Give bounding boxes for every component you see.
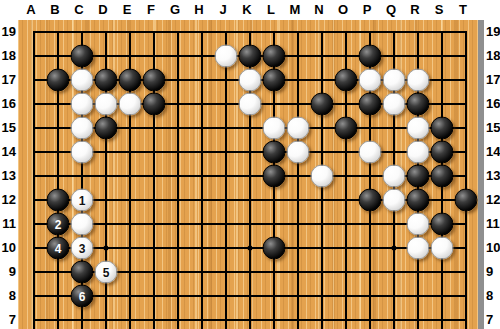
- column-label-O: O: [338, 2, 348, 18]
- intersection-J19[interactable]: [214, 20, 238, 44]
- intersection-H19[interactable]: [190, 20, 214, 44]
- intersection-J9[interactable]: [214, 260, 238, 284]
- intersection-J12[interactable]: [214, 188, 238, 212]
- intersection-L8[interactable]: [262, 284, 286, 308]
- intersection-F12[interactable]: [142, 188, 166, 212]
- intersection-A10[interactable]: [22, 236, 46, 260]
- stone-white-Q13[interactable]: [383, 165, 406, 188]
- intersection-E11[interactable]: [118, 212, 142, 236]
- intersection-N17[interactable]: [310, 68, 334, 92]
- goban[interactable]: 124356: [18, 20, 478, 329]
- stone-black-K18[interactable]: [239, 45, 262, 68]
- intersection-K7[interactable]: [238, 308, 262, 329]
- intersection-A13[interactable]: [22, 164, 46, 188]
- stone-black-P12[interactable]: [359, 189, 382, 212]
- stone-black-S15[interactable]: [431, 117, 454, 140]
- intersection-D14[interactable]: [94, 140, 118, 164]
- intersection-H16[interactable]: [190, 92, 214, 116]
- stone-black-R12[interactable]: [407, 189, 430, 212]
- intersection-G8[interactable]: [166, 284, 190, 308]
- intersection-R8[interactable]: [406, 284, 430, 308]
- stone-white-C16[interactable]: [71, 93, 94, 116]
- column-label-G: G: [170, 2, 180, 18]
- row-label-left-17: 17: [2, 73, 16, 87]
- intersection-L7[interactable]: [262, 308, 286, 329]
- intersection-G12[interactable]: [166, 188, 190, 212]
- stone-black-E17[interactable]: [119, 69, 142, 92]
- row-label-left-13: 13: [2, 169, 16, 183]
- intersection-H7[interactable]: [190, 308, 214, 329]
- column-label-T: T: [459, 2, 467, 18]
- stone-black-S14[interactable]: [431, 141, 454, 164]
- column-label-N: N: [314, 2, 323, 18]
- column-label-B: B: [50, 2, 59, 18]
- intersection-M18[interactable]: [286, 44, 310, 68]
- stone-white-K17[interactable]: [239, 69, 262, 92]
- row-label-left-14: 14: [2, 145, 16, 159]
- intersection-R9[interactable]: [406, 260, 430, 284]
- intersection-G11[interactable]: [166, 212, 190, 236]
- intersection-E9[interactable]: [118, 260, 142, 284]
- intersection-A19[interactable]: [22, 20, 46, 44]
- intersection-G16[interactable]: [166, 92, 190, 116]
- intersection-P8[interactable]: [358, 284, 382, 308]
- intersection-H12[interactable]: [190, 188, 214, 212]
- intersection-S17[interactable]: [430, 68, 454, 92]
- intersection-N7[interactable]: [310, 308, 334, 329]
- stone-white-C12[interactable]: 1: [71, 189, 94, 212]
- stone-black-R16[interactable]: [407, 93, 430, 116]
- row-label-right-16: 16: [486, 97, 500, 111]
- row-label-right-15: 15: [486, 121, 500, 135]
- row-label-left-15: 15: [2, 121, 16, 135]
- stone-black-R13[interactable]: [407, 165, 430, 188]
- intersection-M17[interactable]: [286, 68, 310, 92]
- intersection-E14[interactable]: [118, 140, 142, 164]
- column-label-E: E: [123, 2, 132, 18]
- board-edge-shadow: [478, 20, 484, 329]
- intersection-N10[interactable]: [310, 236, 334, 260]
- intersection-O9[interactable]: [334, 260, 358, 284]
- intersection-A17[interactable]: [22, 68, 46, 92]
- intersection-K15[interactable]: [238, 116, 262, 140]
- intersection-J8[interactable]: [214, 284, 238, 308]
- intersection-K11[interactable]: [238, 212, 262, 236]
- stone-white-D16[interactable]: [95, 93, 118, 116]
- intersection-A7[interactable]: [22, 308, 46, 329]
- intersection-J7[interactable]: [214, 308, 238, 329]
- stone-black-L10[interactable]: [263, 237, 286, 260]
- stone-white-R10[interactable]: [407, 237, 430, 260]
- row-label-left-12: 12: [2, 193, 16, 207]
- star-point-K10: [248, 246, 253, 251]
- intersection-K19[interactable]: [238, 20, 262, 44]
- intersection-H13[interactable]: [190, 164, 214, 188]
- intersection-G17[interactable]: [166, 68, 190, 92]
- intersection-S8[interactable]: [430, 284, 454, 308]
- stone-white-Q17[interactable]: [383, 69, 406, 92]
- column-label-D: D: [98, 2, 107, 18]
- intersection-D13[interactable]: [94, 164, 118, 188]
- intersection-J11[interactable]: [214, 212, 238, 236]
- intersection-T10[interactable]: [454, 236, 478, 260]
- intersection-S18[interactable]: [430, 44, 454, 68]
- intersection-T16[interactable]: [454, 92, 478, 116]
- intersection-H8[interactable]: [190, 284, 214, 308]
- intersection-B8[interactable]: [46, 284, 70, 308]
- intersection-S12[interactable]: [430, 188, 454, 212]
- intersection-F11[interactable]: [142, 212, 166, 236]
- row-label-left-16: 16: [2, 97, 16, 111]
- intersection-T17[interactable]: [454, 68, 478, 92]
- intersection-B19[interactable]: [46, 20, 70, 44]
- intersection-E8[interactable]: [118, 284, 142, 308]
- intersection-F8[interactable]: [142, 284, 166, 308]
- intersection-N18[interactable]: [310, 44, 334, 68]
- intersection-L9[interactable]: [262, 260, 286, 284]
- intersection-T13[interactable]: [454, 164, 478, 188]
- column-label-P: P: [363, 2, 372, 18]
- stone-white-R11[interactable]: [407, 213, 430, 236]
- intersection-P19[interactable]: [358, 20, 382, 44]
- intersection-H9[interactable]: [190, 260, 214, 284]
- column-label-Q: Q: [386, 2, 396, 18]
- intersection-F18[interactable]: [142, 44, 166, 68]
- intersection-G10[interactable]: [166, 236, 190, 260]
- row-label-left-18: 18: [2, 49, 16, 63]
- row-label-right-12: 12: [486, 193, 500, 207]
- stone-black-B12[interactable]: [47, 189, 70, 212]
- intersection-D11[interactable]: [94, 212, 118, 236]
- intersection-A9[interactable]: [22, 260, 46, 284]
- intersection-M7[interactable]: [286, 308, 310, 329]
- stone-white-C14[interactable]: [71, 141, 94, 164]
- row-label-right-8: 8: [486, 289, 493, 303]
- stone-white-D9[interactable]: 5: [95, 261, 118, 284]
- row-label-right-17: 17: [486, 73, 500, 87]
- intersection-Q18[interactable]: [382, 44, 406, 68]
- intersection-B13[interactable]: [46, 164, 70, 188]
- intersection-D8[interactable]: [94, 284, 118, 308]
- move-number-1: 1: [79, 193, 86, 207]
- row-label-right-7: 7: [486, 313, 493, 327]
- intersection-N9[interactable]: [310, 260, 334, 284]
- intersection-P13[interactable]: [358, 164, 382, 188]
- intersection-B14[interactable]: [46, 140, 70, 164]
- intersection-Q15[interactable]: [382, 116, 406, 140]
- intersection-T11[interactable]: [454, 212, 478, 236]
- stone-white-R14[interactable]: [407, 141, 430, 164]
- row-label-right-18: 18: [486, 49, 500, 63]
- stone-white-R15[interactable]: [407, 117, 430, 140]
- intersection-M11[interactable]: [286, 212, 310, 236]
- stone-white-Q16[interactable]: [383, 93, 406, 116]
- intersection-T19[interactable]: [454, 20, 478, 44]
- intersection-P9[interactable]: [358, 260, 382, 284]
- column-label-K: K: [242, 2, 251, 18]
- intersection-H15[interactable]: [190, 116, 214, 140]
- intersection-K12[interactable]: [238, 188, 262, 212]
- intersection-D18[interactable]: [94, 44, 118, 68]
- intersection-E7[interactable]: [118, 308, 142, 329]
- intersection-K8[interactable]: [238, 284, 262, 308]
- intersection-C13[interactable]: [70, 164, 94, 188]
- intersection-J16[interactable]: [214, 92, 238, 116]
- intersection-A15[interactable]: [22, 116, 46, 140]
- intersection-B7[interactable]: [46, 308, 70, 329]
- stone-white-S10[interactable]: [431, 237, 454, 260]
- intersection-A12[interactable]: [22, 188, 46, 212]
- intersection-H14[interactable]: [190, 140, 214, 164]
- stone-white-M14[interactable]: [287, 141, 310, 164]
- intersection-M16[interactable]: [286, 92, 310, 116]
- row-label-right-11: 11: [486, 217, 500, 231]
- intersection-M13[interactable]: [286, 164, 310, 188]
- move-number-5: 5: [103, 265, 110, 279]
- stone-black-L17[interactable]: [263, 69, 286, 92]
- column-label-H: H: [194, 2, 203, 18]
- intersection-N14[interactable]: [310, 140, 334, 164]
- stone-black-B11[interactable]: 2: [47, 213, 70, 236]
- stone-white-J18[interactable]: [215, 45, 238, 68]
- intersection-J14[interactable]: [214, 140, 238, 164]
- stone-black-L13[interactable]: [263, 165, 286, 188]
- column-label-A: A: [26, 2, 35, 18]
- intersection-S16[interactable]: [430, 92, 454, 116]
- move-number-4: 4: [55, 241, 62, 255]
- intersection-M9[interactable]: [286, 260, 310, 284]
- intersection-P10[interactable]: [358, 236, 382, 260]
- intersection-P15[interactable]: [358, 116, 382, 140]
- intersection-O12[interactable]: [334, 188, 358, 212]
- intersection-B9[interactable]: [46, 260, 70, 284]
- intersection-D19[interactable]: [94, 20, 118, 44]
- intersection-E13[interactable]: [118, 164, 142, 188]
- stone-black-S13[interactable]: [431, 165, 454, 188]
- intersection-E19[interactable]: [118, 20, 142, 44]
- intersection-A8[interactable]: [22, 284, 46, 308]
- intersection-G19[interactable]: [166, 20, 190, 44]
- row-label-left-9: 9: [9, 265, 16, 279]
- intersection-N12[interactable]: [310, 188, 334, 212]
- intersection-M12[interactable]: [286, 188, 310, 212]
- stone-white-P17[interactable]: [359, 69, 382, 92]
- row-label-right-10: 10: [486, 241, 500, 255]
- stone-white-M15[interactable]: [287, 117, 310, 140]
- intersection-D7[interactable]: [94, 308, 118, 329]
- column-label-R: R: [410, 2, 419, 18]
- stone-white-L15[interactable]: [263, 117, 286, 140]
- intersection-G7[interactable]: [166, 308, 190, 329]
- column-label-S: S: [435, 2, 444, 18]
- move-number-3: 3: [79, 241, 86, 255]
- stone-black-L14[interactable]: [263, 141, 286, 164]
- intersection-T14[interactable]: [454, 140, 478, 164]
- stone-black-S11[interactable]: [431, 213, 454, 236]
- intersection-A11[interactable]: [22, 212, 46, 236]
- move-number-6: 6: [79, 289, 86, 303]
- intersection-F7[interactable]: [142, 308, 166, 329]
- intersection-N8[interactable]: [310, 284, 334, 308]
- intersection-L11[interactable]: [262, 212, 286, 236]
- intersection-E10[interactable]: [118, 236, 142, 260]
- intersection-N11[interactable]: [310, 212, 334, 236]
- stone-black-B17[interactable]: [47, 69, 70, 92]
- intersection-A18[interactable]: [22, 44, 46, 68]
- stone-black-F17[interactable]: [143, 69, 166, 92]
- stone-white-C17[interactable]: [71, 69, 94, 92]
- row-label-left-8: 8: [9, 289, 16, 303]
- intersection-G14[interactable]: [166, 140, 190, 164]
- row-label-right-13: 13: [486, 169, 500, 183]
- column-labels: ABCDEFGHJKLMNOPQRST: [0, 0, 500, 20]
- intersection-M19[interactable]: [286, 20, 310, 44]
- intersection-G13[interactable]: [166, 164, 190, 188]
- intersection-P7[interactable]: [358, 308, 382, 329]
- stone-white-Q12[interactable]: [383, 189, 406, 212]
- stone-black-N16[interactable]: [311, 93, 334, 116]
- star-point-D10: [104, 246, 109, 251]
- intersection-K13[interactable]: [238, 164, 262, 188]
- column-label-L: L: [267, 2, 275, 18]
- row-label-left-7: 7: [9, 313, 16, 327]
- intersection-R7[interactable]: [406, 308, 430, 329]
- intersection-L12[interactable]: [262, 188, 286, 212]
- intersection-O16[interactable]: [334, 92, 358, 116]
- intersection-C19[interactable]: [70, 20, 94, 44]
- intersection-L19[interactable]: [262, 20, 286, 44]
- intersection-F9[interactable]: [142, 260, 166, 284]
- intersection-O14[interactable]: [334, 140, 358, 164]
- intersection-Q14[interactable]: [382, 140, 406, 164]
- stone-black-O15[interactable]: [335, 117, 358, 140]
- intersection-T15[interactable]: [454, 116, 478, 140]
- row-label-left-10: 10: [2, 241, 16, 255]
- intersection-L16[interactable]: [262, 92, 286, 116]
- stone-black-P16[interactable]: [359, 93, 382, 116]
- move-number-2: 2: [55, 217, 62, 231]
- stone-black-C9[interactable]: [71, 261, 94, 284]
- intersection-G18[interactable]: [166, 44, 190, 68]
- stone-white-C11[interactable]: [71, 213, 94, 236]
- stone-white-P14[interactable]: [359, 141, 382, 164]
- intersection-O8[interactable]: [334, 284, 358, 308]
- intersection-F10[interactable]: [142, 236, 166, 260]
- intersection-J15[interactable]: [214, 116, 238, 140]
- stone-white-N13[interactable]: [311, 165, 334, 188]
- row-label-left-19: 19: [2, 25, 16, 39]
- intersection-A16[interactable]: [22, 92, 46, 116]
- intersection-K9[interactable]: [238, 260, 262, 284]
- intersection-T7[interactable]: [454, 308, 478, 329]
- stone-black-D15[interactable]: [95, 117, 118, 140]
- intersection-O18[interactable]: [334, 44, 358, 68]
- stone-black-L18[interactable]: [263, 45, 286, 68]
- row-label-right-19: 19: [486, 25, 500, 39]
- intersection-G15[interactable]: [166, 116, 190, 140]
- intersection-F19[interactable]: [142, 20, 166, 44]
- stone-black-P18[interactable]: [359, 45, 382, 68]
- intersection-F14[interactable]: [142, 140, 166, 164]
- intersection-Q8[interactable]: [382, 284, 406, 308]
- row-labels-left: 19181716151413121110987: [0, 0, 18, 329]
- stone-white-C10[interactable]: 3: [71, 237, 94, 260]
- intersection-M8[interactable]: [286, 284, 310, 308]
- intersection-C7[interactable]: [70, 308, 94, 329]
- stone-black-T12[interactable]: [455, 189, 478, 212]
- column-label-J: J: [219, 2, 226, 18]
- column-label-M: M: [290, 2, 301, 18]
- intersection-D12[interactable]: [94, 188, 118, 212]
- stone-black-C18[interactable]: [71, 45, 94, 68]
- stone-black-C8[interactable]: 6: [71, 285, 94, 308]
- intersection-O11[interactable]: [334, 212, 358, 236]
- intersection-H18[interactable]: [190, 44, 214, 68]
- intersection-E15[interactable]: [118, 116, 142, 140]
- intersection-N15[interactable]: [310, 116, 334, 140]
- intersection-E18[interactable]: [118, 44, 142, 68]
- intersection-S9[interactable]: [430, 260, 454, 284]
- stone-white-C15[interactable]: [71, 117, 94, 140]
- intersection-O13[interactable]: [334, 164, 358, 188]
- stone-black-D17[interactable]: [95, 69, 118, 92]
- stone-white-E16[interactable]: [119, 93, 142, 116]
- intersection-G9[interactable]: [166, 260, 190, 284]
- intersection-O7[interactable]: [334, 308, 358, 329]
- stone-black-F16[interactable]: [143, 93, 166, 116]
- intersection-R19[interactable]: [406, 20, 430, 44]
- intersection-M10[interactable]: [286, 236, 310, 260]
- intersection-S7[interactable]: [430, 308, 454, 329]
- intersection-B16[interactable]: [46, 92, 70, 116]
- row-label-left-11: 11: [2, 217, 16, 231]
- intersection-K14[interactable]: [238, 140, 262, 164]
- stone-white-K16[interactable]: [239, 93, 262, 116]
- stone-black-O17[interactable]: [335, 69, 358, 92]
- intersection-J10[interactable]: [214, 236, 238, 260]
- column-label-C: C: [74, 2, 83, 18]
- intersection-Q7[interactable]: [382, 308, 406, 329]
- stone-black-B10[interactable]: 4: [47, 237, 70, 260]
- intersection-Q9[interactable]: [382, 260, 406, 284]
- intersection-F13[interactable]: [142, 164, 166, 188]
- intersection-T9[interactable]: [454, 260, 478, 284]
- intersection-B18[interactable]: [46, 44, 70, 68]
- intersection-F15[interactable]: [142, 116, 166, 140]
- intersection-J13[interactable]: [214, 164, 238, 188]
- intersection-Q19[interactable]: [382, 20, 406, 44]
- intersection-R18[interactable]: [406, 44, 430, 68]
- intersection-Q11[interactable]: [382, 212, 406, 236]
- intersection-T8[interactable]: [454, 284, 478, 308]
- intersection-B15[interactable]: [46, 116, 70, 140]
- stone-white-R17[interactable]: [407, 69, 430, 92]
- intersection-P11[interactable]: [358, 212, 382, 236]
- intersection-S19[interactable]: [430, 20, 454, 44]
- intersection-O10[interactable]: [334, 236, 358, 260]
- intersection-N19[interactable]: [310, 20, 334, 44]
- intersection-H11[interactable]: [190, 212, 214, 236]
- intersection-O19[interactable]: [334, 20, 358, 44]
- intersection-E12[interactable]: [118, 188, 142, 212]
- intersection-J17[interactable]: [214, 68, 238, 92]
- intersection-T18[interactable]: [454, 44, 478, 68]
- intersection-H17[interactable]: [190, 68, 214, 92]
- intersection-A14[interactable]: [22, 140, 46, 164]
- intersection-H10[interactable]: [190, 236, 214, 260]
- column-label-F: F: [147, 2, 155, 18]
- star-point-Q10: [392, 246, 397, 251]
